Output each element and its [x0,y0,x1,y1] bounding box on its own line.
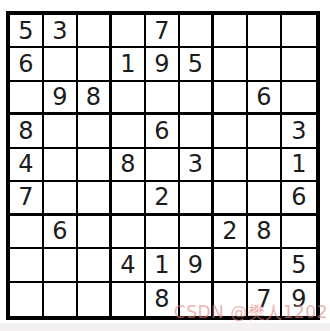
sudoku-cell-r7c3 [78,216,112,249]
sudoku-cell-r5c8 [248,149,282,182]
sudoku-cell-r6c9: 6 [282,182,316,215]
sudoku-cell-r2c5: 9 [146,48,180,81]
sudoku-cell-r9c7 [214,283,248,316]
sudoku-cell-r9c1 [10,283,44,316]
sudoku-cell-r1c9 [282,15,316,48]
sudoku-cell-r6c8 [248,182,282,215]
sudoku-cell-r2c2 [44,48,78,81]
sudoku-cell-r1c5: 7 [146,15,180,48]
sudoku-cell-r1c6 [180,15,214,48]
sudoku-cell-r5c5 [146,149,180,182]
sudoku-cell-r6c5: 2 [146,182,180,215]
sudoku-cell-r3c5 [146,82,180,115]
sudoku-cell-r8c2 [44,249,78,282]
sudoku-cell-r3c8: 6 [248,82,282,115]
sudoku-cell-r8c8 [248,249,282,282]
sudoku-cell-r8c6: 9 [180,249,214,282]
sudoku-cell-r5c3 [78,149,112,182]
sudoku-cell-r7c4 [112,216,146,249]
sudoku-cell-r2c4: 1 [112,48,146,81]
sudoku-cell-r2c7 [214,48,248,81]
sudoku-cell-r6c2 [44,182,78,215]
sudoku-cell-r5c1: 4 [10,149,44,182]
sudoku-cell-r3c9 [282,82,316,115]
sudoku-cell-r6c4 [112,182,146,215]
sudoku-cell-r7c7: 2 [214,216,248,249]
sudoku-cell-r4c4 [112,115,146,148]
sudoku-cell-r5c6: 3 [180,149,214,182]
sudoku-cell-r4c1: 8 [10,115,44,148]
sudoku-cell-r3c1 [10,82,44,115]
sudoku-cell-r6c6 [180,182,214,215]
sudoku-cell-r5c2 [44,149,78,182]
sudoku-cell-r7c9 [282,216,316,249]
sudoku-cell-r8c7 [214,249,248,282]
sudoku-cell-r5c4: 8 [112,149,146,182]
sudoku-cell-r6c7 [214,182,248,215]
sudoku-cell-r4c8 [248,115,282,148]
sudoku-cell-r1c7 [214,15,248,48]
sudoku-cell-r2c8 [248,48,282,81]
sudoku-cell-r5c9: 1 [282,149,316,182]
sudoku-cell-r8c1 [10,249,44,282]
sudoku-cell-r4c3 [78,115,112,148]
sudoku-cell-r7c5 [146,216,180,249]
sudoku-cell-r9c2 [44,283,78,316]
sudoku-cell-r2c6: 5 [180,48,214,81]
sudoku-cell-r6c3 [78,182,112,215]
sudoku-cell-r9c4 [112,283,146,316]
sudoku-cell-r5c7 [214,149,248,182]
sudoku-cell-r1c4 [112,15,146,48]
sudoku-cell-r7c6 [180,216,214,249]
sudoku-cell-r2c9 [282,48,316,81]
bottom-strip [0,323,330,331]
sudoku-cell-r6c1: 7 [10,182,44,215]
sudoku-cell-r1c8 [248,15,282,48]
sudoku-cell-r1c1: 5 [10,15,44,48]
sudoku-cell-r4c2 [44,115,78,148]
sudoku-cell-r4c6 [180,115,214,148]
sudoku-cell-r3c3: 8 [78,82,112,115]
sudoku-cell-r8c3 [78,249,112,282]
sudoku-cell-r4c5: 6 [146,115,180,148]
sudoku-cell-r4c9: 3 [282,115,316,148]
sudoku-cell-r7c2: 6 [44,216,78,249]
sudoku-cell-r4c7 [214,115,248,148]
sudoku-cell-r3c6 [180,82,214,115]
sudoku-cell-r9c5: 8 [146,283,180,316]
sudoku-cell-r9c3 [78,283,112,316]
sudoku-board: 537619598686348317266284195879 [6,11,320,320]
sudoku-cell-r3c2: 9 [44,82,78,115]
sudoku-cell-r9c8: 7 [248,283,282,316]
sudoku-cell-r8c5: 1 [146,249,180,282]
sudoku-cell-r3c4 [112,82,146,115]
sudoku-screenshot: 537619598686348317266284195879 CSDN @樊人1… [0,0,330,331]
sudoku-cell-r1c2: 3 [44,15,78,48]
sudoku-cell-r9c6 [180,283,214,316]
sudoku-cell-r7c8: 8 [248,216,282,249]
sudoku-cell-r2c1: 6 [10,48,44,81]
sudoku-cell-r9c9: 9 [282,283,316,316]
sudoku-cell-r2c3 [78,48,112,81]
sudoku-cell-r3c7 [214,82,248,115]
sudoku-cell-r1c3 [78,15,112,48]
sudoku-cell-r8c4: 4 [112,249,146,282]
sudoku-cell-r7c1 [10,216,44,249]
sudoku-cell-r8c9: 5 [282,249,316,282]
